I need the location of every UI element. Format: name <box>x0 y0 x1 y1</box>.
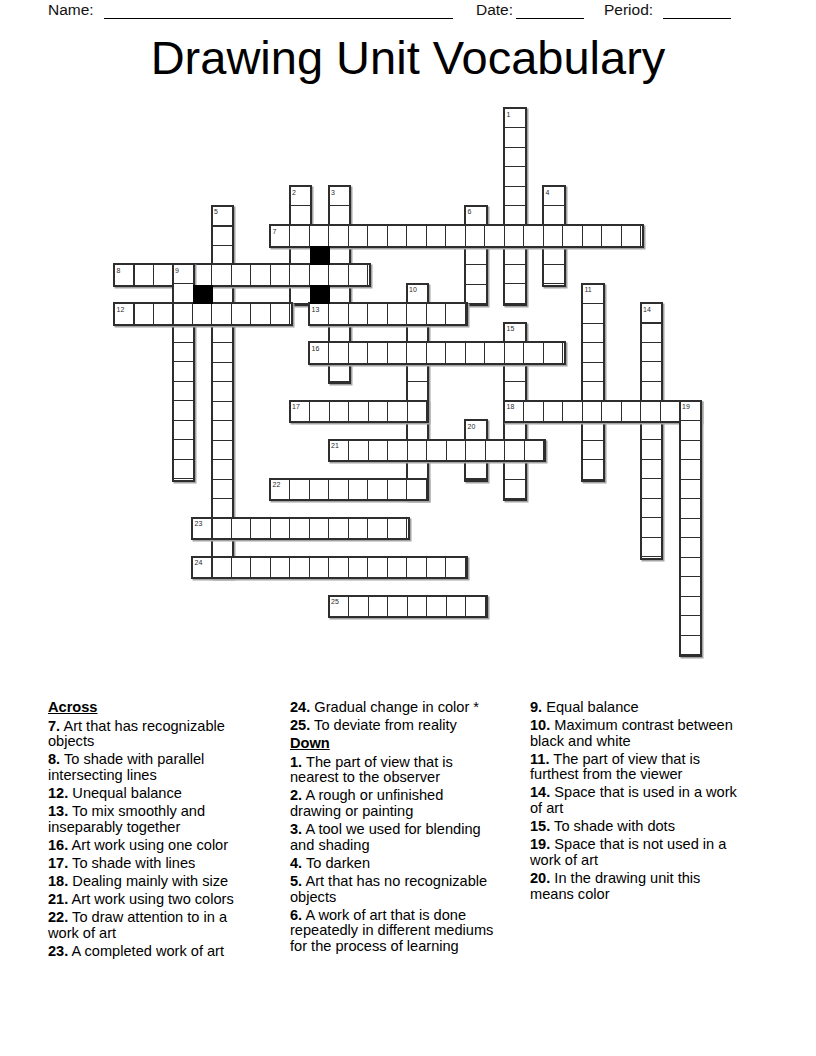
cell-number-2: 2 <box>292 189 296 196</box>
clue-24: 24. Gradual change in color * <box>290 700 498 716</box>
entry-17-across[interactable] <box>289 400 430 424</box>
clue-17: 17. To shade with lines <box>48 856 260 872</box>
cell-number-18: 18 <box>507 403 515 410</box>
cell-number-11: 11 <box>585 286 592 293</box>
cell-number-22: 22 <box>273 481 281 488</box>
entry-21-across[interactable] <box>328 439 547 463</box>
clue-5: 5. Art that has no recognizable objects <box>290 874 498 905</box>
entry-23-across[interactable] <box>191 517 410 541</box>
date-label: Date: <box>476 1 513 19</box>
period-label: Period: <box>604 1 653 19</box>
clue-16: 16. Art work using one color <box>48 838 260 854</box>
worksheet-page: Name: Date: Period: Drawing Unit Vocabul… <box>0 0 816 1056</box>
cell-number-23: 23 <box>195 520 203 527</box>
down-header: Down <box>290 736 498 752</box>
clue-3: 3. A tool we used for blending and shadi… <box>290 822 498 853</box>
clue-1: 1. The part of view that is nearest to t… <box>290 755 498 786</box>
clue-25: 25. To deviate from reality <box>290 718 498 734</box>
cell-number-12: 12 <box>117 306 125 313</box>
clue-18: 18. Dealing mainly with size <box>48 874 260 890</box>
cell-number-14: 14 <box>643 306 651 313</box>
entry-7-across[interactable] <box>269 224 644 248</box>
date-line <box>516 17 584 19</box>
cell-number-1: 1 <box>507 111 511 118</box>
clue-8: 8. To shade with parallel intersecting l… <box>48 752 260 783</box>
clue-4: 4. To darken <box>290 856 498 872</box>
entry-11-down[interactable] <box>581 283 605 482</box>
clue-column-down: 9. Equal balance10. Maximum contrast bet… <box>530 700 748 905</box>
clue-column-middle: 24. Gradual change in color *25. To devi… <box>290 700 498 957</box>
entry-14-down[interactable] <box>640 302 664 560</box>
entry-12-across[interactable] <box>113 302 293 326</box>
clue-19: 19. Space that is not used in a work of … <box>530 837 748 868</box>
across-header: Across <box>48 700 260 716</box>
page-title: Drawing Unit Vocabulary <box>0 30 816 85</box>
clue-12: 12. Unequal balance <box>48 786 260 802</box>
entry-18-across[interactable] <box>503 400 702 424</box>
clue-23: 23. A completed work of art <box>48 944 260 960</box>
name-label: Name: <box>48 1 94 19</box>
clue-11: 11. The part of view that is furthest fr… <box>530 752 748 783</box>
cell-number-20: 20 <box>468 423 476 430</box>
entry-19-down[interactable] <box>679 400 703 658</box>
entry-25-across[interactable] <box>328 595 488 619</box>
clue-22: 22. To draw attention to in a work of ar… <box>48 910 260 941</box>
cell-number-4: 4 <box>546 189 550 196</box>
clue-15: 15. To shade with dots <box>530 819 748 835</box>
entry-22-across[interactable] <box>269 478 429 502</box>
entry-16-across[interactable] <box>308 341 566 365</box>
entry-6-down[interactable] <box>464 205 488 307</box>
entry-8-across[interactable] <box>113 263 371 287</box>
cell-number-15: 15 <box>507 325 515 332</box>
cell-number-19: 19 <box>682 403 690 410</box>
crossword-grid: 1234567891011121314151617181920212223242… <box>115 109 700 655</box>
cell-number-25: 25 <box>331 598 339 605</box>
black-cell <box>310 285 330 305</box>
cell-number-10: 10 <box>409 286 417 293</box>
cell-number-13: 13 <box>312 306 320 313</box>
clue-14: 14. Space that is used in a work of art <box>530 785 748 816</box>
cell-number-8: 8 <box>117 267 121 274</box>
clue-6: 6. A work of art that is done repeatedly… <box>290 908 498 955</box>
clue-13: 13. To mix smoothly and inseparably toge… <box>48 804 260 835</box>
name-line <box>104 17 453 19</box>
cell-number-17: 17 <box>292 403 300 410</box>
clue-20: 20. In the drawing unit this means color <box>530 871 748 902</box>
clue-21: 21. Art work using two colors <box>48 892 260 908</box>
cell-number-7: 7 <box>273 228 277 235</box>
clue-7: 7. Art that has recognizable objects <box>48 719 260 750</box>
period-line <box>663 17 731 19</box>
clue-column-across: Across7. Art that has recognizable objec… <box>48 700 260 962</box>
black-cell <box>310 246 330 266</box>
entry-13-across[interactable] <box>308 302 468 326</box>
cell-number-16: 16 <box>312 345 320 352</box>
black-cell <box>193 285 213 305</box>
clue-10: 10. Maximum contrast between black and w… <box>530 718 748 749</box>
entry-24-across[interactable] <box>191 556 468 580</box>
cell-number-21: 21 <box>331 442 339 449</box>
cell-number-6: 6 <box>468 208 472 215</box>
cell-number-24: 24 <box>195 559 203 566</box>
entry-9-down[interactable] <box>172 263 196 482</box>
cell-number-5: 5 <box>214 208 218 215</box>
cell-number-3: 3 <box>331 189 335 196</box>
entry-1-down[interactable] <box>503 107 527 306</box>
cell-number-9: 9 <box>175 267 179 274</box>
clue-9: 9. Equal balance <box>530 700 748 716</box>
clue-2: 2. A rough or unfinished drawing or pain… <box>290 788 498 819</box>
